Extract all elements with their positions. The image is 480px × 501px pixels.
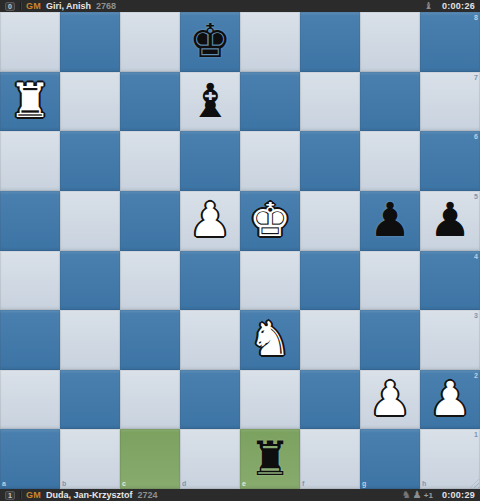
square-a4[interactable]: [0, 251, 60, 311]
square-b6[interactable]: [60, 131, 120, 191]
square-f2[interactable]: [300, 370, 360, 430]
file-label-g: g: [362, 480, 366, 487]
top-player-title: GM: [26, 1, 41, 11]
square-b7[interactable]: [60, 72, 120, 132]
white-rook[interactable]: ♜: [9, 77, 51, 124]
black-rook[interactable]: ♜: [249, 435, 291, 482]
square-b5[interactable]: [60, 191, 120, 251]
square-c4[interactable]: [120, 251, 180, 311]
square-h3[interactable]: 3: [420, 310, 480, 370]
captured-knight-icon: ♞: [402, 490, 411, 500]
square-f7[interactable]: [300, 72, 360, 132]
top-player-bar: 0 GM Giri, Anish 2768 ♝ 0:00:26: [0, 0, 480, 12]
black-king[interactable]: ♚: [189, 17, 231, 64]
rank-label-5: 5: [474, 193, 478, 200]
white-pawn[interactable]: ♟: [189, 196, 231, 243]
square-g4[interactable]: [360, 251, 420, 311]
square-d2[interactable]: [180, 370, 240, 430]
square-c5[interactable]: [120, 191, 180, 251]
square-h8[interactable]: 8: [420, 12, 480, 72]
black-pawn[interactable]: ♟: [369, 196, 411, 243]
square-h1[interactable]: h1: [420, 429, 480, 489]
square-c6[interactable]: [120, 131, 180, 191]
square-h5[interactable]: ♟5: [420, 191, 480, 251]
rank-label-2: 2: [474, 372, 478, 379]
rank-label-6: 6: [474, 133, 478, 140]
board-resize-handle[interactable]: [470, 479, 479, 488]
square-f4[interactable]: [300, 251, 360, 311]
square-e3[interactable]: ♞: [240, 310, 300, 370]
square-b8[interactable]: [60, 12, 120, 72]
white-pawn[interactable]: ♟: [429, 375, 471, 422]
white-knight[interactable]: ♞: [249, 315, 291, 362]
square-h6[interactable]: 6: [420, 131, 480, 191]
rank-label-8: 8: [474, 14, 478, 21]
square-f1[interactable]: f: [300, 429, 360, 489]
file-label-d: d: [182, 480, 186, 487]
bottom-material-advantage: ♞♟+1: [402, 490, 433, 500]
square-d4[interactable]: [180, 251, 240, 311]
square-c1[interactable]: c: [120, 429, 180, 489]
square-g6[interactable]: [360, 131, 420, 191]
file-label-e: e: [242, 480, 246, 487]
square-a1[interactable]: a: [0, 429, 60, 489]
bar-divider: [20, 491, 21, 499]
material-score: +1: [424, 491, 433, 500]
rank-label-1: 1: [474, 431, 478, 438]
top-player-rating: 2768: [96, 1, 116, 11]
file-label-h: h: [422, 480, 426, 487]
board: ♚8♜♝76♟♚♟♟54♞3♟♟2abcd♜efgh1: [0, 12, 480, 489]
square-b1[interactable]: b: [60, 429, 120, 489]
rank-label-7: 7: [474, 74, 478, 81]
bottom-player-title: GM: [26, 490, 41, 500]
square-c7[interactable]: [120, 72, 180, 132]
square-d6[interactable]: [180, 131, 240, 191]
square-e8[interactable]: [240, 12, 300, 72]
square-c3[interactable]: [120, 310, 180, 370]
top-score-badge: 0: [5, 2, 15, 11]
top-player-name: Giri, Anish: [46, 1, 91, 11]
captured-bishop-icon: ♝: [424, 1, 433, 11]
square-h7[interactable]: 7: [420, 72, 480, 132]
black-bishop[interactable]: ♝: [189, 77, 231, 124]
file-label-f: f: [302, 480, 304, 487]
square-f6[interactable]: [300, 131, 360, 191]
bar-divider: [20, 2, 21, 10]
square-f8[interactable]: [300, 12, 360, 72]
square-b4[interactable]: [60, 251, 120, 311]
square-f3[interactable]: [300, 310, 360, 370]
square-g2[interactable]: ♟: [360, 370, 420, 430]
square-c2[interactable]: [120, 370, 180, 430]
square-a8[interactable]: [0, 12, 60, 72]
square-g5[interactable]: ♟: [360, 191, 420, 251]
file-label-a: a: [2, 480, 6, 487]
square-e4[interactable]: [240, 251, 300, 311]
captured-pawn-icon: ♟: [413, 490, 422, 500]
top-player-clock: 0:00:26: [442, 1, 475, 11]
square-g3[interactable]: [360, 310, 420, 370]
square-a2[interactable]: [0, 370, 60, 430]
square-d3[interactable]: [180, 310, 240, 370]
bottom-score-badge: 1: [5, 491, 15, 500]
square-d1[interactable]: d: [180, 429, 240, 489]
square-f5[interactable]: [300, 191, 360, 251]
square-a7[interactable]: ♜: [0, 72, 60, 132]
square-b3[interactable]: [60, 310, 120, 370]
square-g1[interactable]: g: [360, 429, 420, 489]
square-h4[interactable]: 4: [420, 251, 480, 311]
square-g8[interactable]: [360, 12, 420, 72]
square-d7[interactable]: ♝: [180, 72, 240, 132]
square-a6[interactable]: [0, 131, 60, 191]
square-b2[interactable]: [60, 370, 120, 430]
square-e7[interactable]: [240, 72, 300, 132]
square-a3[interactable]: [0, 310, 60, 370]
file-label-b: b: [62, 480, 66, 487]
square-e6[interactable]: [240, 131, 300, 191]
bottom-player-rating: 2724: [137, 490, 157, 500]
square-c8[interactable]: [120, 12, 180, 72]
bottom-player-bar: 1 GM Duda, Jan-Krzysztof 2724 ♞♟+1 0:00:…: [0, 489, 480, 501]
square-e1[interactable]: ♜e: [240, 429, 300, 489]
file-label-c: c: [122, 480, 126, 487]
square-d8[interactable]: ♚: [180, 12, 240, 72]
square-e2[interactable]: [240, 370, 300, 430]
square-d5[interactable]: ♟: [180, 191, 240, 251]
white-pawn[interactable]: ♟: [369, 375, 411, 422]
bottom-player-clock: 0:00:29: [442, 490, 475, 500]
top-material-advantage: ♝: [424, 1, 433, 11]
rank-label-4: 4: [474, 253, 478, 260]
square-e5[interactable]: ♚: [240, 191, 300, 251]
rank-label-3: 3: [474, 312, 478, 319]
square-g7[interactable]: [360, 72, 420, 132]
white-king[interactable]: ♚: [249, 196, 291, 243]
square-a5[interactable]: [0, 191, 60, 251]
black-pawn[interactable]: ♟: [429, 196, 471, 243]
square-h2[interactable]: ♟2: [420, 370, 480, 430]
bottom-player-name: Duda, Jan-Krzysztof: [46, 490, 133, 500]
